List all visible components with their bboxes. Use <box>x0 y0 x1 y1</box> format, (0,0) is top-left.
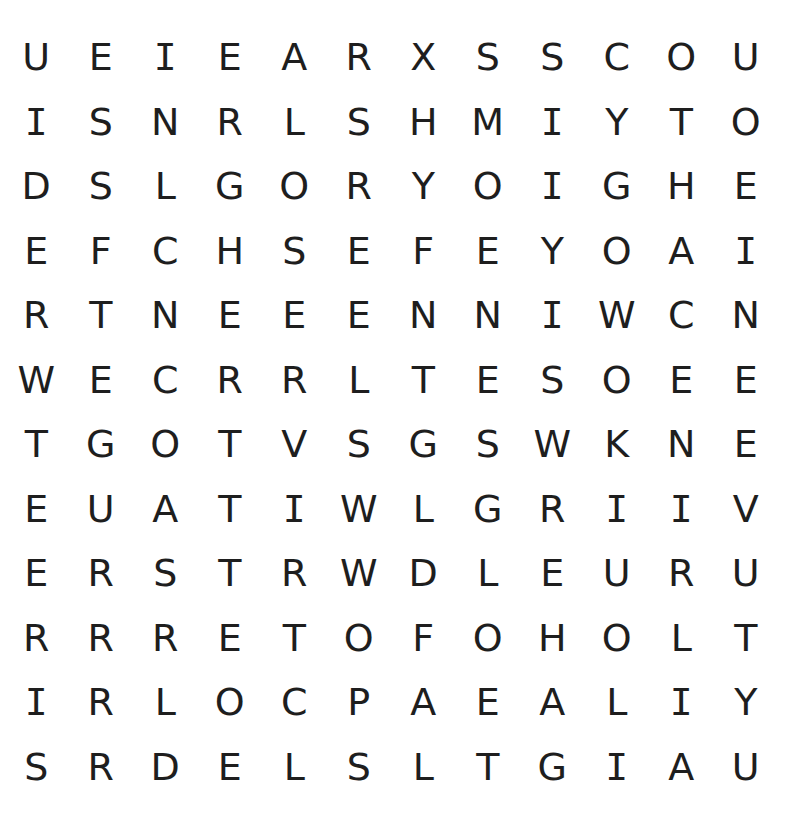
cell-r12c12[interactable]: U <box>714 735 779 800</box>
cell-r6c12[interactable]: E <box>714 348 779 413</box>
cell-r7c5[interactable]: V <box>262 412 327 477</box>
cell-r3c3[interactable]: L <box>133 154 198 219</box>
cell-r11c5[interactable]: C <box>262 670 327 735</box>
cell-r12c7[interactable]: L <box>391 735 456 800</box>
cell-r10c4[interactable]: E <box>198 606 263 671</box>
cell-r3c8[interactable]: O <box>456 154 521 219</box>
cell-r7c3[interactable]: O <box>133 412 198 477</box>
cell-r11c2[interactable]: R <box>69 670 134 735</box>
cell-r2c8[interactable]: M <box>456 90 521 155</box>
cell-r4c12[interactable]: I <box>714 219 779 284</box>
cell-r2c9[interactable]: I <box>520 90 585 155</box>
cell-r9c8[interactable]: L <box>456 541 521 606</box>
cell-r9c10[interactable]: U <box>585 541 650 606</box>
cell-r6c1[interactable]: W <box>4 348 69 413</box>
cell-r8c10[interactable]: I <box>585 477 650 542</box>
cell-r2c2[interactable]: S <box>69 90 134 155</box>
cell-r10c11[interactable]: L <box>649 606 714 671</box>
cell-r12c5[interactable]: L <box>262 735 327 800</box>
cell-r2c1[interactable]: I <box>4 90 69 155</box>
cell-r12c4[interactable]: E <box>198 735 263 800</box>
cell-r6c3[interactable]: C <box>133 348 198 413</box>
cell-r11c10[interactable]: L <box>585 670 650 735</box>
cell-r7c8[interactable]: S <box>456 412 521 477</box>
cell-r8c11[interactable]: I <box>649 477 714 542</box>
cell-r1c7[interactable]: X <box>391 25 456 90</box>
cell-r7c2[interactable]: G <box>69 412 134 477</box>
cell-r5c2[interactable]: T <box>69 283 134 348</box>
cell-r1c2[interactable]: E <box>69 25 134 90</box>
cell-r1c4[interactable]: E <box>198 25 263 90</box>
cell-r1c6[interactable]: R <box>327 25 392 90</box>
cell-r5c6[interactable]: E <box>327 283 392 348</box>
cell-r4c6[interactable]: E <box>327 219 392 284</box>
cell-r6c5[interactable]: R <box>262 348 327 413</box>
cell-r1c3[interactable]: I <box>133 25 198 90</box>
cell-r12c10[interactable]: I <box>585 735 650 800</box>
cell-r5c3[interactable]: N <box>133 283 198 348</box>
cell-r2c3[interactable]: N <box>133 90 198 155</box>
cell-r4c9[interactable]: Y <box>520 219 585 284</box>
cell-r6c11[interactable]: E <box>649 348 714 413</box>
cell-r3c11[interactable]: H <box>649 154 714 219</box>
cell-r8c9[interactable]: R <box>520 477 585 542</box>
word-search-page: UEIEARXSSCOUISNRLSHMIYTODSLGORYOIGHEEFCH… <box>0 0 800 828</box>
cell-r5c5[interactable]: E <box>262 283 327 348</box>
cell-r9c5[interactable]: R <box>262 541 327 606</box>
cell-r3c10[interactable]: G <box>585 154 650 219</box>
cell-r6c2[interactable]: E <box>69 348 134 413</box>
cell-r4c8[interactable]: E <box>456 219 521 284</box>
cell-r6c10[interactable]: O <box>585 348 650 413</box>
cell-r10c6[interactable]: O <box>327 606 392 671</box>
cell-r9c4[interactable]: T <box>198 541 263 606</box>
cell-r11c12[interactable]: Y <box>714 670 779 735</box>
cell-r3c4[interactable]: G <box>198 154 263 219</box>
cell-r3c1[interactable]: D <box>4 154 69 219</box>
cell-r8c5[interactable]: I <box>262 477 327 542</box>
cell-r5c11[interactable]: C <box>649 283 714 348</box>
cell-r12c8[interactable]: T <box>456 735 521 800</box>
cell-r4c10[interactable]: O <box>585 219 650 284</box>
cell-r12c3[interactable]: D <box>133 735 198 800</box>
cell-r10c7[interactable]: F <box>391 606 456 671</box>
cell-r6c6[interactable]: L <box>327 348 392 413</box>
cell-r7c1[interactable]: T <box>4 412 69 477</box>
cell-r5c7[interactable]: N <box>391 283 456 348</box>
cell-r3c9[interactable]: I <box>520 154 585 219</box>
cell-r9c1[interactable]: E <box>4 541 69 606</box>
cell-r9c12[interactable]: U <box>714 541 779 606</box>
cell-r6c7[interactable]: T <box>391 348 456 413</box>
cell-r5c9[interactable]: I <box>520 283 585 348</box>
cell-r11c8[interactable]: E <box>456 670 521 735</box>
cell-r8c2[interactable]: U <box>69 477 134 542</box>
cell-r3c6[interactable]: R <box>327 154 392 219</box>
cell-r11c1[interactable]: I <box>4 670 69 735</box>
cell-r2c6[interactable]: S <box>327 90 392 155</box>
cell-r7c10[interactable]: K <box>585 412 650 477</box>
cell-r4c4[interactable]: H <box>198 219 263 284</box>
cell-r12c9[interactable]: G <box>520 735 585 800</box>
cell-r11c6[interactable]: P <box>327 670 392 735</box>
cell-r12c6[interactable]: S <box>327 735 392 800</box>
cell-r7c9[interactable]: W <box>520 412 585 477</box>
cell-r6c8[interactable]: E <box>456 348 521 413</box>
cell-r2c4[interactable]: R <box>198 90 263 155</box>
cell-r12c2[interactable]: R <box>69 735 134 800</box>
cell-r11c7[interactable]: A <box>391 670 456 735</box>
cell-r8c1[interactable]: E <box>4 477 69 542</box>
cell-r8c12[interactable]: V <box>714 477 779 542</box>
cell-r1c10[interactable]: C <box>585 25 650 90</box>
cell-r10c9[interactable]: H <box>520 606 585 671</box>
cell-r1c12[interactable]: U <box>714 25 779 90</box>
cell-r8c3[interactable]: A <box>133 477 198 542</box>
cell-r8c6[interactable]: W <box>327 477 392 542</box>
cell-r9c6[interactable]: W <box>327 541 392 606</box>
cell-r7c12[interactable]: E <box>714 412 779 477</box>
cell-r2c5[interactable]: L <box>262 90 327 155</box>
cell-r10c8[interactable]: O <box>456 606 521 671</box>
cell-r4c11[interactable]: A <box>649 219 714 284</box>
cell-r10c10[interactable]: O <box>585 606 650 671</box>
cell-r10c5[interactable]: T <box>262 606 327 671</box>
cell-r10c1[interactable]: R <box>4 606 69 671</box>
cell-r7c11[interactable]: N <box>649 412 714 477</box>
cell-r7c6[interactable]: S <box>327 412 392 477</box>
cell-r2c10[interactable]: Y <box>585 90 650 155</box>
cell-r4c2[interactable]: F <box>69 219 134 284</box>
cell-r3c5[interactable]: O <box>262 154 327 219</box>
cell-r11c11[interactable]: I <box>649 670 714 735</box>
cell-r3c12[interactable]: E <box>714 154 779 219</box>
cell-r8c7[interactable]: L <box>391 477 456 542</box>
cell-r7c4[interactable]: T <box>198 412 263 477</box>
cell-r11c4[interactable]: O <box>198 670 263 735</box>
cell-r4c7[interactable]: F <box>391 219 456 284</box>
cell-r6c9[interactable]: S <box>520 348 585 413</box>
cell-r4c1[interactable]: E <box>4 219 69 284</box>
cell-r9c7[interactable]: D <box>391 541 456 606</box>
cell-r9c9[interactable]: E <box>520 541 585 606</box>
cell-r11c9[interactable]: A <box>520 670 585 735</box>
word-search-grid: UEIEARXSSCOUISNRLSHMIYTODSLGORYOIGHEEFCH… <box>4 25 778 799</box>
cell-r2c11[interactable]: T <box>649 90 714 155</box>
cell-r4c5[interactable]: S <box>262 219 327 284</box>
cell-r1c11[interactable]: O <box>649 25 714 90</box>
cell-r12c1[interactable]: S <box>4 735 69 800</box>
cell-r6c4[interactable]: R <box>198 348 263 413</box>
cell-r3c2[interactable]: S <box>69 154 134 219</box>
cell-r1c9[interactable]: S <box>520 25 585 90</box>
cell-r10c3[interactable]: R <box>133 606 198 671</box>
cell-r1c1[interactable]: U <box>4 25 69 90</box>
cell-r4c3[interactable]: C <box>133 219 198 284</box>
cell-r2c12[interactable]: O <box>714 90 779 155</box>
cell-r5c12[interactable]: N <box>714 283 779 348</box>
cell-r1c5[interactable]: A <box>262 25 327 90</box>
cell-r10c12[interactable]: T <box>714 606 779 671</box>
cell-r5c8[interactable]: N <box>456 283 521 348</box>
cell-r3c7[interactable]: Y <box>391 154 456 219</box>
cell-r1c8[interactable]: S <box>456 25 521 90</box>
cell-r5c10[interactable]: W <box>585 283 650 348</box>
cell-r9c11[interactable]: R <box>649 541 714 606</box>
cell-r9c3[interactable]: S <box>133 541 198 606</box>
cell-r8c4[interactable]: T <box>198 477 263 542</box>
cell-r11c3[interactable]: L <box>133 670 198 735</box>
cell-r10c2[interactable]: R <box>69 606 134 671</box>
cell-r9c2[interactable]: R <box>69 541 134 606</box>
cell-r5c1[interactable]: R <box>4 283 69 348</box>
cell-r2c7[interactable]: H <box>391 90 456 155</box>
cell-r8c8[interactable]: G <box>456 477 521 542</box>
cell-r12c11[interactable]: A <box>649 735 714 800</box>
cell-r5c4[interactable]: E <box>198 283 263 348</box>
cell-r7c7[interactable]: G <box>391 412 456 477</box>
